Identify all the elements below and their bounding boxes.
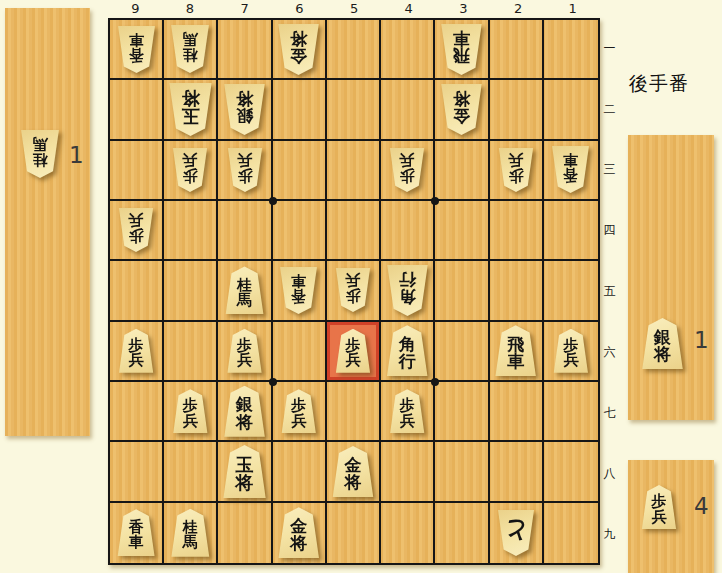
shogi-app: 桂馬1 987654321 香車桂馬金将飛車玉将銀将金将歩兵歩兵歩兵歩兵香車歩兵… — [0, 0, 722, 573]
piece-kanji: 歩兵 — [508, 152, 523, 188]
rank-labels: 一二三四五六七八九 — [601, 18, 618, 565]
board-square[interactable]: 歩兵 — [490, 141, 544, 201]
board-square[interactable]: 角行 — [381, 261, 435, 321]
shogi-piece[interactable]: 飛車 — [493, 325, 538, 376]
piece-kanji: 桂馬 — [183, 31, 198, 67]
piece-body: 歩兵 — [388, 148, 426, 192]
piece-kanji: 銀将 — [236, 391, 253, 431]
piece-kanji: 香車 — [291, 273, 306, 309]
piece-kanji: 金将 — [344, 452, 361, 492]
piece-body: 香車 — [550, 146, 591, 193]
piece-body: 桂馬 — [19, 130, 61, 178]
board-square[interactable] — [435, 322, 489, 382]
board-square[interactable]: 金将 — [273, 503, 327, 563]
board-square[interactable]: 香車 — [110, 503, 164, 563]
board-square[interactable]: 飛車 — [490, 322, 544, 382]
shogi-piece[interactable]: 桂馬 — [169, 25, 211, 73]
file-label: 1 — [545, 0, 600, 17]
piece-body: 香車 — [116, 509, 157, 556]
board-square[interactable] — [218, 201, 272, 261]
piece-kanji: 桂馬 — [237, 273, 252, 309]
piece-body: 銀将 — [222, 84, 267, 135]
piece-body: 香車 — [116, 26, 157, 73]
file-label: 8 — [163, 0, 218, 17]
piece-kanji: 銀将 — [654, 324, 671, 364]
piece-kanji: 歩兵 — [129, 333, 144, 369]
board-square[interactable] — [327, 201, 381, 261]
shogi-piece[interactable]: 歩兵 — [552, 329, 590, 373]
board-square[interactable] — [110, 442, 164, 502]
board-square[interactable]: 歩兵 — [544, 322, 598, 382]
piece-body: 歩兵 — [334, 268, 372, 312]
shogi-piece[interactable]: 歩兵 — [388, 148, 426, 192]
board-square[interactable] — [435, 201, 489, 261]
board-square[interactable] — [381, 442, 435, 502]
board-square[interactable]: 歩兵 — [110, 201, 164, 261]
board-square[interactable] — [273, 322, 327, 382]
board-square[interactable] — [327, 503, 381, 563]
board-square[interactable] — [164, 322, 218, 382]
hand-piece[interactable]: 桂馬 — [19, 130, 61, 178]
shogi-piece[interactable]: 金将 — [276, 507, 321, 558]
board-square[interactable] — [490, 261, 544, 321]
board-square[interactable]: 玉将 — [164, 80, 218, 140]
piece-kanji: 歩兵 — [237, 152, 252, 188]
board-square[interactable] — [435, 503, 489, 563]
shogi-piece[interactable]: 香車 — [278, 267, 319, 314]
sente-hand-tray-lower[interactable]: 歩兵4 — [628, 460, 714, 573]
piece-body: 桂馬 — [224, 266, 266, 314]
rank-label: 六 — [601, 322, 618, 383]
board-square[interactable]: 歩兵 — [218, 141, 272, 201]
shogi-piece[interactable]: 玉将 — [221, 445, 268, 498]
piece-kanji: 香車 — [129, 515, 144, 551]
piece-body: と — [496, 510, 536, 556]
piece-kanji: 歩兵 — [237, 333, 252, 369]
shogi-piece[interactable]: 歩兵 — [334, 329, 372, 373]
piece-body: 玉将 — [221, 445, 268, 498]
piece-body: 歩兵 — [497, 148, 535, 192]
board-square[interactable]: 金将 — [327, 442, 381, 502]
board-square[interactable]: 桂馬 — [164, 503, 218, 563]
hand-piece-count: 1 — [69, 142, 84, 168]
piece-body: 銀将 — [640, 318, 685, 369]
board-square[interactable] — [164, 442, 218, 502]
board-square[interactable] — [544, 442, 598, 502]
board-square[interactable]: 歩兵 — [164, 382, 218, 442]
board-square[interactable]: 歩兵 — [381, 382, 435, 442]
board-square[interactable] — [110, 80, 164, 140]
hand-piece[interactable]: 歩兵 — [640, 485, 678, 529]
board-square[interactable]: 金将 — [435, 80, 489, 140]
shogi-piece[interactable]: 歩兵 — [117, 208, 155, 252]
shogi-board: 香車桂馬金将飛車玉将銀将金将歩兵歩兵歩兵歩兵香車歩兵桂馬香車歩兵角行歩兵歩兵歩兵… — [108, 18, 600, 565]
shogi-piece[interactable]: 歩兵 — [226, 329, 264, 373]
rank-label: 四 — [601, 200, 618, 261]
piece-body: 金将 — [439, 84, 484, 135]
piece-kanji: 銀将 — [236, 90, 253, 130]
shogi-piece[interactable]: 歩兵 — [388, 389, 426, 433]
piece-body: 歩兵 — [226, 329, 264, 373]
board-square[interactable]: 歩兵 — [381, 141, 435, 201]
gote-hand-tray[interactable]: 桂馬1 — [5, 8, 90, 436]
piece-kanji: 歩兵 — [400, 152, 415, 188]
piece-body: 玉将 — [167, 83, 214, 136]
piece-kanji: 歩兵 — [183, 393, 198, 429]
file-labels: 987654321 — [108, 0, 600, 17]
piece-kanji: 金将 — [290, 29, 307, 69]
shogi-piece[interactable]: 金将 — [439, 84, 484, 135]
piece-kanji: 角行 — [399, 331, 416, 371]
shogi-piece[interactable]: 香車 — [550, 146, 591, 193]
rank-label: 五 — [601, 261, 618, 322]
piece-body: 歩兵 — [226, 148, 264, 192]
board-square[interactable] — [164, 261, 218, 321]
board-square[interactable] — [110, 261, 164, 321]
board-square[interactable] — [435, 382, 489, 442]
piece-kanji: 角行 — [399, 271, 416, 311]
board-square[interactable]: 歩兵 — [110, 322, 164, 382]
board-square[interactable] — [327, 20, 381, 80]
shogi-piece[interactable]: 香車 — [116, 509, 157, 556]
rank-label: 七 — [601, 383, 618, 444]
board-square[interactable] — [164, 201, 218, 261]
board-square[interactable]: と — [490, 503, 544, 563]
piece-kanji: 歩兵 — [183, 152, 198, 188]
piece-kanji: 飛車 — [507, 331, 524, 371]
shogi-piece[interactable]: 銀将 — [222, 84, 267, 135]
piece-kanji: 歩兵 — [129, 212, 144, 248]
board-square[interactable]: 金将 — [273, 20, 327, 80]
board-square[interactable] — [544, 382, 598, 442]
piece-body: 金将 — [330, 446, 375, 497]
board-square[interactable] — [110, 141, 164, 201]
board-square[interactable] — [381, 20, 435, 80]
hoshi-dot — [269, 197, 277, 205]
board-square[interactable] — [490, 201, 544, 261]
shogi-piece[interactable]: 角行 — [385, 265, 430, 316]
board-square[interactable] — [381, 503, 435, 563]
shogi-piece[interactable]: と — [496, 510, 536, 556]
shogi-piece[interactable]: 銀将 — [222, 386, 267, 437]
board-square[interactable] — [327, 80, 381, 140]
board-square[interactable]: 香車 — [273, 261, 327, 321]
piece-body: 歩兵 — [334, 329, 372, 373]
board-square[interactable] — [273, 442, 327, 502]
file-label: 9 — [108, 0, 163, 17]
piece-kanji: 桂馬 — [183, 515, 198, 551]
board-square[interactable] — [273, 201, 327, 261]
shogi-piece[interactable]: 角行 — [385, 325, 430, 376]
file-label: 6 — [272, 0, 327, 17]
board-square[interactable]: 銀将 — [218, 382, 272, 442]
piece-kanji: 歩兵 — [652, 489, 667, 525]
file-label: 2 — [491, 0, 546, 17]
file-label: 7 — [217, 0, 272, 17]
board-square[interactable]: 歩兵 — [273, 382, 327, 442]
hand-piece[interactable]: 銀将 — [640, 318, 685, 369]
rank-label: 九 — [601, 504, 618, 565]
board-square[interactable] — [381, 80, 435, 140]
board-square[interactable] — [544, 80, 598, 140]
piece-body: 金将 — [276, 507, 321, 558]
hand-piece-count: 4 — [694, 493, 709, 519]
shogi-piece[interactable]: 歩兵 — [280, 389, 318, 433]
board-square[interactable]: 香車 — [544, 141, 598, 201]
shogi-piece[interactable]: 香車 — [116, 26, 157, 73]
piece-body: 飛車 — [493, 325, 538, 376]
board-square[interactable]: 角行 — [381, 322, 435, 382]
board-square[interactable] — [490, 442, 544, 502]
piece-body: 歩兵 — [117, 208, 155, 252]
file-label: 4 — [381, 0, 436, 17]
board-square[interactable]: 歩兵 — [327, 322, 381, 382]
shogi-piece[interactable]: 歩兵 — [334, 268, 372, 312]
piece-body: 歩兵 — [117, 329, 155, 373]
board-square[interactable] — [544, 201, 598, 261]
piece-kanji: 歩兵 — [400, 393, 415, 429]
hand-piece-count: 1 — [694, 327, 709, 353]
piece-kanji: 歩兵 — [345, 273, 360, 309]
board-grid: 香車桂馬金将飛車玉将銀将金将歩兵歩兵歩兵歩兵香車歩兵桂馬香車歩兵角行歩兵歩兵歩兵… — [110, 20, 598, 563]
sente-hand-tray-upper[interactable]: 銀将1 — [628, 135, 714, 420]
piece-kanji: 金将 — [290, 513, 307, 553]
board-square[interactable] — [273, 141, 327, 201]
piece-body: 歩兵 — [171, 148, 209, 192]
shogi-piece[interactable]: 玉将 — [167, 83, 214, 136]
piece-body: 銀将 — [222, 386, 267, 437]
shogi-piece[interactable]: 飛車 — [439, 24, 484, 75]
board-square[interactable]: 玉将 — [218, 442, 272, 502]
board-square[interactable]: 歩兵 — [218, 322, 272, 382]
piece-body: 歩兵 — [388, 389, 426, 433]
shogi-piece[interactable]: 桂馬 — [169, 509, 211, 557]
shogi-piece[interactable]: 歩兵 — [226, 148, 264, 192]
piece-body: 歩兵 — [640, 485, 678, 529]
piece-kanji: 歩兵 — [563, 333, 578, 369]
shogi-piece[interactable]: 金将 — [330, 446, 375, 497]
shogi-piece[interactable]: 歩兵 — [497, 148, 535, 192]
piece-body: 香車 — [278, 267, 319, 314]
board-square[interactable] — [327, 382, 381, 442]
board-square[interactable]: 香車 — [110, 20, 164, 80]
piece-kanji: 金将 — [453, 90, 470, 130]
piece-body: 桂馬 — [169, 25, 211, 73]
piece-body: 金将 — [276, 24, 321, 75]
board-square[interactable] — [218, 20, 272, 80]
rank-label: 一 — [601, 18, 618, 79]
board-square[interactable] — [544, 261, 598, 321]
shogi-piece[interactable]: 歩兵 — [171, 148, 209, 192]
piece-kanji: 玉将 — [181, 89, 199, 131]
piece-body: 角行 — [385, 325, 430, 376]
shogi-piece[interactable]: 桂馬 — [224, 266, 266, 314]
shogi-piece[interactable]: 歩兵 — [117, 329, 155, 373]
piece-kanji: 香車 — [563, 152, 578, 188]
board-square[interactable]: 桂馬 — [164, 20, 218, 80]
board-square[interactable] — [544, 20, 598, 80]
rank-label: 二 — [601, 79, 618, 140]
piece-body: 角行 — [385, 265, 430, 316]
hoshi-dot — [269, 378, 277, 386]
file-label: 5 — [327, 0, 382, 17]
board-square[interactable] — [110, 382, 164, 442]
shogi-piece[interactable]: 金将 — [276, 24, 321, 75]
board-square[interactable] — [544, 503, 598, 563]
turn-indicator: 後手番 — [629, 71, 719, 97]
shogi-piece[interactable]: 歩兵 — [171, 389, 209, 433]
piece-kanji: 玉将 — [236, 451, 254, 493]
file-label: 3 — [436, 0, 491, 17]
rank-label: 八 — [601, 443, 618, 504]
piece-body: 歩兵 — [280, 389, 318, 433]
board-square[interactable] — [490, 20, 544, 80]
board-square[interactable] — [435, 261, 489, 321]
piece-kanji: 香車 — [129, 31, 144, 67]
board-square[interactable] — [327, 141, 381, 201]
piece-kanji: 歩兵 — [345, 333, 360, 369]
piece-body: 歩兵 — [552, 329, 590, 373]
board-square[interactable] — [273, 80, 327, 140]
piece-body: 飛車 — [439, 24, 484, 75]
board-square[interactable] — [490, 382, 544, 442]
board-square[interactable] — [435, 141, 489, 201]
board-square[interactable]: 桂馬 — [218, 261, 272, 321]
piece-kanji: 飛車 — [453, 29, 470, 69]
rank-label: 三 — [601, 140, 618, 201]
board-square[interactable] — [435, 442, 489, 502]
board-square[interactable]: 歩兵 — [164, 141, 218, 201]
board-square[interactable]: 飛車 — [435, 20, 489, 80]
piece-body: 歩兵 — [171, 389, 209, 433]
board-square[interactable] — [490, 80, 544, 140]
board-square[interactable] — [218, 503, 272, 563]
piece-kanji: 桂馬 — [33, 136, 48, 172]
board-square[interactable]: 歩兵 — [327, 261, 381, 321]
board-square[interactable] — [381, 201, 435, 261]
piece-kanji: と — [504, 518, 528, 547]
board-square[interactable]: 銀将 — [218, 80, 272, 140]
piece-kanji: 歩兵 — [291, 393, 306, 429]
piece-body: 桂馬 — [169, 509, 211, 557]
